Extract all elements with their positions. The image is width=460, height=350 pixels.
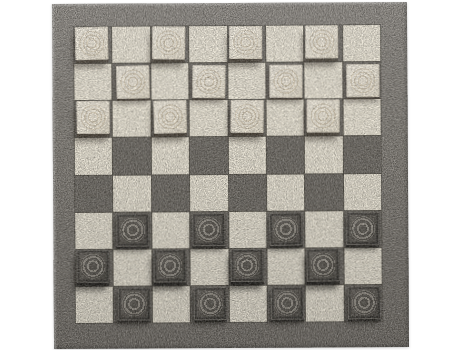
light-square-r3c6 bbox=[305, 137, 343, 173]
dark-square-32[interactable] bbox=[344, 285, 382, 321]
light-square-r4c1 bbox=[113, 175, 151, 211]
light-square-r2c7 bbox=[343, 99, 381, 135]
dark-square-30[interactable] bbox=[191, 286, 229, 322]
light-square-r4c7 bbox=[344, 174, 382, 210]
light-square-r2c1 bbox=[113, 101, 151, 137]
black-man-piece[interactable] bbox=[117, 288, 150, 321]
dark-square-18[interactable] bbox=[152, 175, 190, 211]
dark-square-23[interactable] bbox=[267, 211, 305, 247]
dark-square-26[interactable] bbox=[152, 249, 190, 285]
black-man-piece[interactable] bbox=[271, 287, 304, 320]
black-man-piece[interactable] bbox=[116, 214, 149, 247]
white-man-piece[interactable] bbox=[75, 27, 109, 61]
dark-square-17[interactable] bbox=[75, 175, 113, 211]
dark-square-2[interactable] bbox=[151, 26, 189, 62]
board-grid bbox=[74, 25, 382, 323]
black-man-piece[interactable] bbox=[192, 213, 225, 246]
light-square-r2c3 bbox=[190, 100, 228, 136]
light-square-r6c5 bbox=[267, 248, 305, 284]
dark-square-28[interactable] bbox=[306, 248, 344, 284]
light-square-r3c2 bbox=[152, 138, 190, 174]
black-man-piece[interactable] bbox=[346, 212, 379, 245]
light-square-r5c4 bbox=[229, 211, 267, 247]
light-square-r5c6 bbox=[305, 211, 343, 247]
white-man-piece[interactable] bbox=[77, 101, 110, 134]
light-square-r1c0 bbox=[74, 64, 112, 100]
light-square-r0c7 bbox=[343, 25, 381, 61]
dark-square-19[interactable] bbox=[228, 174, 266, 210]
dark-square-12[interactable] bbox=[305, 100, 343, 136]
light-square-r3c4 bbox=[228, 137, 266, 173]
light-square-r5c0 bbox=[75, 212, 113, 248]
light-square-r6c7 bbox=[344, 248, 382, 284]
dark-square-10[interactable] bbox=[151, 101, 189, 137]
black-man-piece[interactable] bbox=[307, 248, 341, 282]
light-square-r6c3 bbox=[191, 249, 229, 285]
dark-square-21[interactable] bbox=[114, 212, 152, 248]
light-square-r3c0 bbox=[75, 138, 113, 174]
white-man-piece[interactable] bbox=[153, 100, 187, 134]
black-man-piece[interactable] bbox=[230, 249, 263, 282]
dark-square-25[interactable] bbox=[75, 249, 113, 285]
white-man-piece[interactable] bbox=[230, 100, 263, 133]
light-square-r5c2 bbox=[152, 212, 190, 248]
black-man-piece[interactable] bbox=[347, 286, 381, 320]
dark-square-29[interactable] bbox=[114, 286, 152, 322]
dark-square-16[interactable] bbox=[343, 136, 381, 172]
light-square-r7c4 bbox=[229, 286, 267, 322]
light-square-r0c3 bbox=[189, 26, 227, 62]
dark-square-31[interactable] bbox=[268, 285, 306, 321]
light-square-r7c0 bbox=[76, 287, 114, 323]
dark-square-8[interactable] bbox=[343, 62, 381, 98]
dark-square-24[interactable] bbox=[344, 211, 382, 247]
light-square-r2c5 bbox=[266, 100, 304, 136]
light-square-r0c1 bbox=[112, 26, 150, 62]
dark-square-9[interactable] bbox=[75, 101, 113, 137]
dark-square-4[interactable] bbox=[304, 25, 342, 61]
white-man-piece[interactable] bbox=[307, 100, 340, 133]
black-man-piece[interactable] bbox=[194, 287, 227, 320]
white-man-piece[interactable] bbox=[346, 64, 379, 97]
dark-square-3[interactable] bbox=[228, 26, 266, 62]
light-square-r1c2 bbox=[151, 63, 189, 99]
product-photo-background bbox=[0, 0, 460, 350]
black-man-piece[interactable] bbox=[153, 249, 186, 282]
white-man-piece[interactable] bbox=[116, 65, 150, 99]
dark-square-27[interactable] bbox=[229, 249, 267, 285]
dark-square-22[interactable] bbox=[190, 212, 228, 248]
white-man-piece[interactable] bbox=[152, 26, 185, 59]
light-square-r4c5 bbox=[267, 174, 305, 210]
light-square-r1c4 bbox=[228, 63, 266, 99]
dark-square-15[interactable] bbox=[267, 137, 305, 173]
light-square-r0c5 bbox=[266, 26, 304, 62]
white-man-piece[interactable] bbox=[229, 26, 262, 59]
light-square-r4c3 bbox=[190, 175, 228, 211]
dark-square-6[interactable] bbox=[189, 63, 227, 99]
dark-square-20[interactable] bbox=[305, 174, 343, 210]
black-man-piece[interactable] bbox=[77, 250, 110, 283]
light-square-r6c1 bbox=[114, 249, 152, 285]
light-square-r1c6 bbox=[305, 62, 343, 98]
dark-square-7[interactable] bbox=[266, 63, 304, 99]
dark-square-11[interactable] bbox=[228, 100, 266, 136]
black-man-piece[interactable] bbox=[269, 213, 303, 247]
white-man-piece[interactable] bbox=[269, 64, 302, 97]
dark-square-14[interactable] bbox=[190, 137, 228, 173]
dark-square-5[interactable] bbox=[113, 64, 151, 100]
dark-square-13[interactable] bbox=[113, 138, 151, 174]
light-square-r7c6 bbox=[306, 285, 344, 321]
dark-square-1[interactable] bbox=[74, 27, 112, 63]
light-square-r7c2 bbox=[152, 286, 190, 322]
white-man-piece[interactable] bbox=[306, 25, 339, 58]
white-man-piece[interactable] bbox=[193, 65, 226, 98]
checkers-board bbox=[52, 2, 409, 349]
